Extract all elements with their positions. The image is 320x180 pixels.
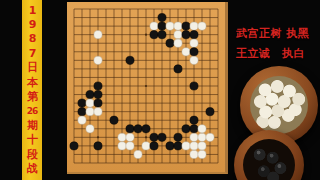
- white-stone: [190, 142, 198, 150]
- black-stone: [158, 13, 166, 21]
- black-stone: [174, 133, 182, 141]
- white-stone: [150, 22, 158, 30]
- white-stone: [190, 56, 198, 64]
- white-stone: [190, 133, 198, 141]
- black-stone: [190, 48, 198, 56]
- black-stone: [126, 125, 134, 133]
- title-char: 第: [22, 90, 42, 104]
- black-stone: [126, 56, 134, 64]
- star-point: [145, 85, 147, 87]
- star-point: [97, 136, 99, 138]
- title-char: 7: [22, 47, 42, 61]
- white-player-caption: 王立诚 执白: [236, 46, 305, 61]
- white-stone: [118, 133, 126, 141]
- title-char: 期: [22, 119, 42, 133]
- white-stone: [166, 22, 174, 30]
- white-stone: [86, 125, 94, 133]
- black-stone: [190, 31, 198, 39]
- black-stone: [182, 22, 190, 30]
- black-stone: [150, 133, 158, 141]
- white-stone: [126, 142, 134, 150]
- white-stone: [174, 31, 182, 39]
- title-char: 战: [22, 162, 42, 176]
- black-stone: [158, 133, 166, 141]
- white-stone: [198, 133, 206, 141]
- black-stone: [94, 82, 102, 90]
- white-stone: [206, 133, 214, 141]
- white-stones-in-bowl: [250, 76, 308, 134]
- black-stone: [182, 125, 190, 133]
- black-stone: [70, 142, 78, 150]
- black-stone: [158, 31, 166, 39]
- white-stone: [182, 142, 190, 150]
- black-stone: [190, 82, 198, 90]
- black-stone: [94, 142, 102, 150]
- white-stone: [174, 39, 182, 47]
- black-stone: [86, 90, 94, 98]
- board-grid: [67, 2, 225, 172]
- white-stone: [86, 108, 94, 116]
- title-char: 9: [22, 18, 42, 32]
- black-stone: [174, 65, 182, 73]
- star-point: [145, 34, 147, 36]
- black-stone: [182, 31, 190, 39]
- white-stone: [94, 108, 102, 116]
- black-stone: [150, 31, 158, 39]
- black-stone: [174, 142, 182, 150]
- go-board: [67, 2, 228, 174]
- white-stone: [94, 56, 102, 64]
- title-char: 8: [22, 32, 42, 46]
- title-char: 本: [22, 76, 42, 90]
- white-stone: [190, 150, 198, 158]
- black-stone: [134, 125, 142, 133]
- white-stone: [198, 22, 206, 30]
- white-stone: [86, 99, 94, 107]
- white-stone: [134, 150, 142, 158]
- white-stone: [198, 125, 206, 133]
- black-stone: [94, 99, 102, 107]
- title-char: 1: [22, 4, 42, 18]
- star-point: [145, 136, 147, 138]
- white-stone: [126, 133, 134, 141]
- black-stone: [78, 108, 86, 116]
- black-stone: [78, 99, 86, 107]
- white-stone: [94, 31, 102, 39]
- title-char: 26: [22, 104, 42, 118]
- black-stone: [94, 90, 102, 98]
- black-stones-in-bowl: [243, 139, 295, 180]
- white-stone: [190, 22, 198, 30]
- black-stone: [150, 142, 158, 150]
- white-stone: [198, 150, 206, 158]
- black-player-caption: 武宫正树 执黑: [236, 26, 309, 41]
- black-stone: [166, 39, 174, 47]
- white-stone: [174, 22, 182, 30]
- event-title-strip: 1987日本第26期十段战: [22, 0, 42, 180]
- title-char: 段: [22, 148, 42, 162]
- title-char: 日: [22, 61, 42, 75]
- white-stone: [190, 39, 198, 47]
- white-stone: [142, 142, 150, 150]
- white-stone: [182, 48, 190, 56]
- white-stone: [198, 142, 206, 150]
- black-stone: [206, 108, 214, 116]
- black-stone: [190, 125, 198, 133]
- white-stone: [78, 116, 86, 124]
- black-stone: [190, 116, 198, 124]
- black-stone: [142, 125, 150, 133]
- black-stone: [110, 116, 118, 124]
- video-thumbnail: 1987日本第26期十段战 武宫正树 执黑 王立诚 执白: [0, 0, 320, 180]
- white-stone: [118, 142, 126, 150]
- black-stone: [158, 22, 166, 30]
- black-stone: [166, 142, 174, 150]
- title-char: 十: [22, 133, 42, 147]
